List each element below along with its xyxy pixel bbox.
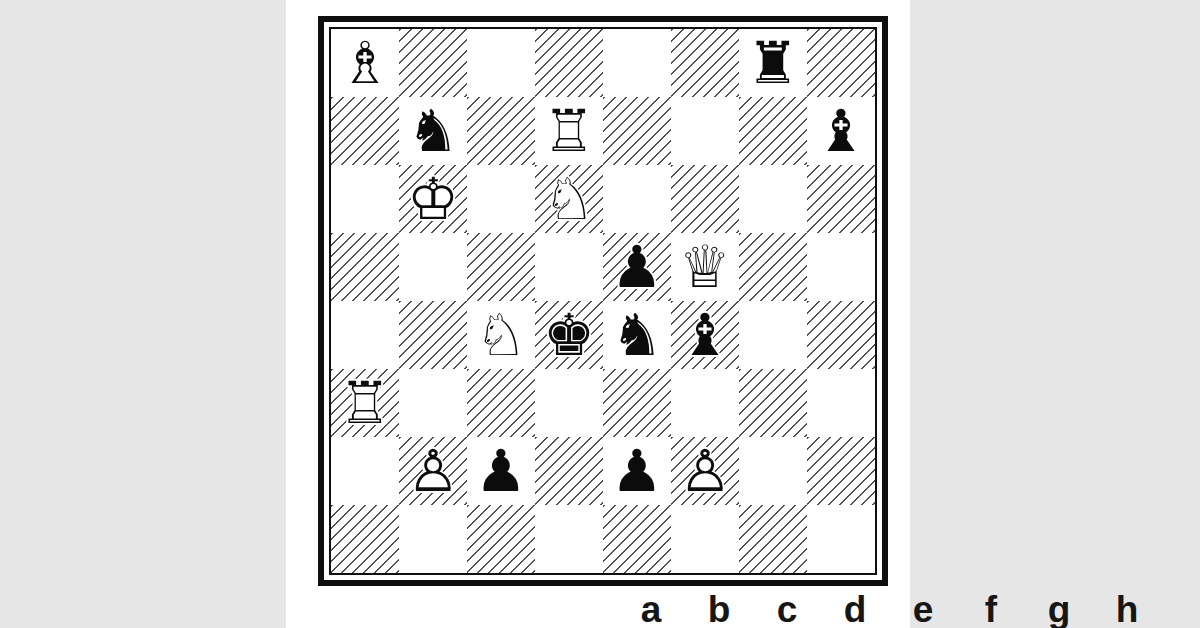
square-e4: ♞ [603,301,671,369]
file-label-f: f [957,592,1025,628]
file-labels: abcdefgh [617,592,1161,628]
piece-black-pawn: ♟ [467,437,535,505]
piece-white-bishop: ♝♗ [331,29,399,97]
piece-white-rook: ♜♖ [331,369,399,437]
square-b5 [399,233,467,301]
square-f5: ♛♕ [671,233,739,301]
file-label-g: g [1025,592,1093,628]
square-d1 [535,505,603,573]
square-f3 [671,369,739,437]
square-a6 [331,165,399,233]
square-e5: ♟ [603,233,671,301]
square-b8 [399,29,467,97]
square-g4 [739,301,807,369]
piece-white-rook: ♜♖ [535,97,603,165]
square-b4 [399,301,467,369]
square-a1 [331,505,399,573]
square-e6 [603,165,671,233]
file-label-d: d [821,592,889,628]
square-e7 [603,97,671,165]
square-h6 [807,165,875,233]
square-g8: ♜ [739,29,807,97]
piece-black-pawn: ♟ [603,437,671,505]
square-g3 [739,369,807,437]
square-e2: ♟ [603,437,671,505]
square-g2 [739,437,807,505]
square-b1 [399,505,467,573]
piece-black-bishop: ♝ [807,97,875,165]
square-e1 [603,505,671,573]
square-a4 [331,301,399,369]
square-e3 [603,369,671,437]
square-e8 [603,29,671,97]
square-h3 [807,369,875,437]
square-c4: ♞♘ [467,301,535,369]
square-c8 [467,29,535,97]
square-c3 [467,369,535,437]
piece-white-queen: ♛♕ [671,233,739,301]
square-h4 [807,301,875,369]
board-grid: ♝♗♜♞♜♖♝♚♔♞♘♟♛♕♞♘♚♞♝♜♖♟♙♟♟♟♙ [329,27,877,575]
piece-black-rook: ♜ [739,29,807,97]
piece-white-knight: ♞♘ [535,165,603,233]
square-f6 [671,165,739,233]
square-b2: ♟♙ [399,437,467,505]
square-g5 [739,233,807,301]
piece-black-knight: ♞ [399,97,467,165]
square-g1 [739,505,807,573]
square-a7 [331,97,399,165]
square-f8 [671,29,739,97]
piece-black-king: ♚ [535,301,603,369]
square-h1 [807,505,875,573]
file-label-c: c [753,592,821,628]
square-g7 [739,97,807,165]
square-a2 [331,437,399,505]
file-label-e: e [889,592,957,628]
square-d6: ♞♘ [535,165,603,233]
piece-white-pawn: ♟♙ [671,437,739,505]
square-c6 [467,165,535,233]
chess-board-frame: ♝♗♜♞♜♖♝♚♔♞♘♟♛♕♞♘♚♞♝♜♖♟♙♟♟♟♙ [318,16,888,586]
square-a3: ♜♖ [331,369,399,437]
square-a8: ♝♗ [331,29,399,97]
piece-black-pawn: ♟ [603,233,671,301]
square-h5 [807,233,875,301]
square-b6: ♚♔ [399,165,467,233]
square-d4: ♚ [535,301,603,369]
square-c2: ♟ [467,437,535,505]
square-h7: ♝ [807,97,875,165]
file-label-h: h [1093,592,1161,628]
piece-white-king: ♚♔ [399,165,467,233]
square-f1 [671,505,739,573]
square-d8 [535,29,603,97]
square-g6 [739,165,807,233]
piece-black-bishop: ♝ [671,301,739,369]
piece-black-knight: ♞ [603,301,671,369]
file-label-a: a [617,592,685,628]
piece-white-knight: ♞♘ [467,301,535,369]
square-c7 [467,97,535,165]
square-f2: ♟♙ [671,437,739,505]
square-b3 [399,369,467,437]
square-d2 [535,437,603,505]
square-c5 [467,233,535,301]
piece-white-pawn: ♟♙ [399,437,467,505]
square-b7: ♞ [399,97,467,165]
square-h8 [807,29,875,97]
file-label-b: b [685,592,753,628]
page-background: 87654321 abcdefgh ♝♗♜♞♜♖♝♚♔♞♘♟♛♕♞♘♚♞♝♜♖♟… [0,0,1200,628]
square-d3 [535,369,603,437]
square-a5 [331,233,399,301]
square-d5 [535,233,603,301]
square-f4: ♝ [671,301,739,369]
square-c1 [467,505,535,573]
square-f7 [671,97,739,165]
square-h2 [807,437,875,505]
square-d7: ♜♖ [535,97,603,165]
